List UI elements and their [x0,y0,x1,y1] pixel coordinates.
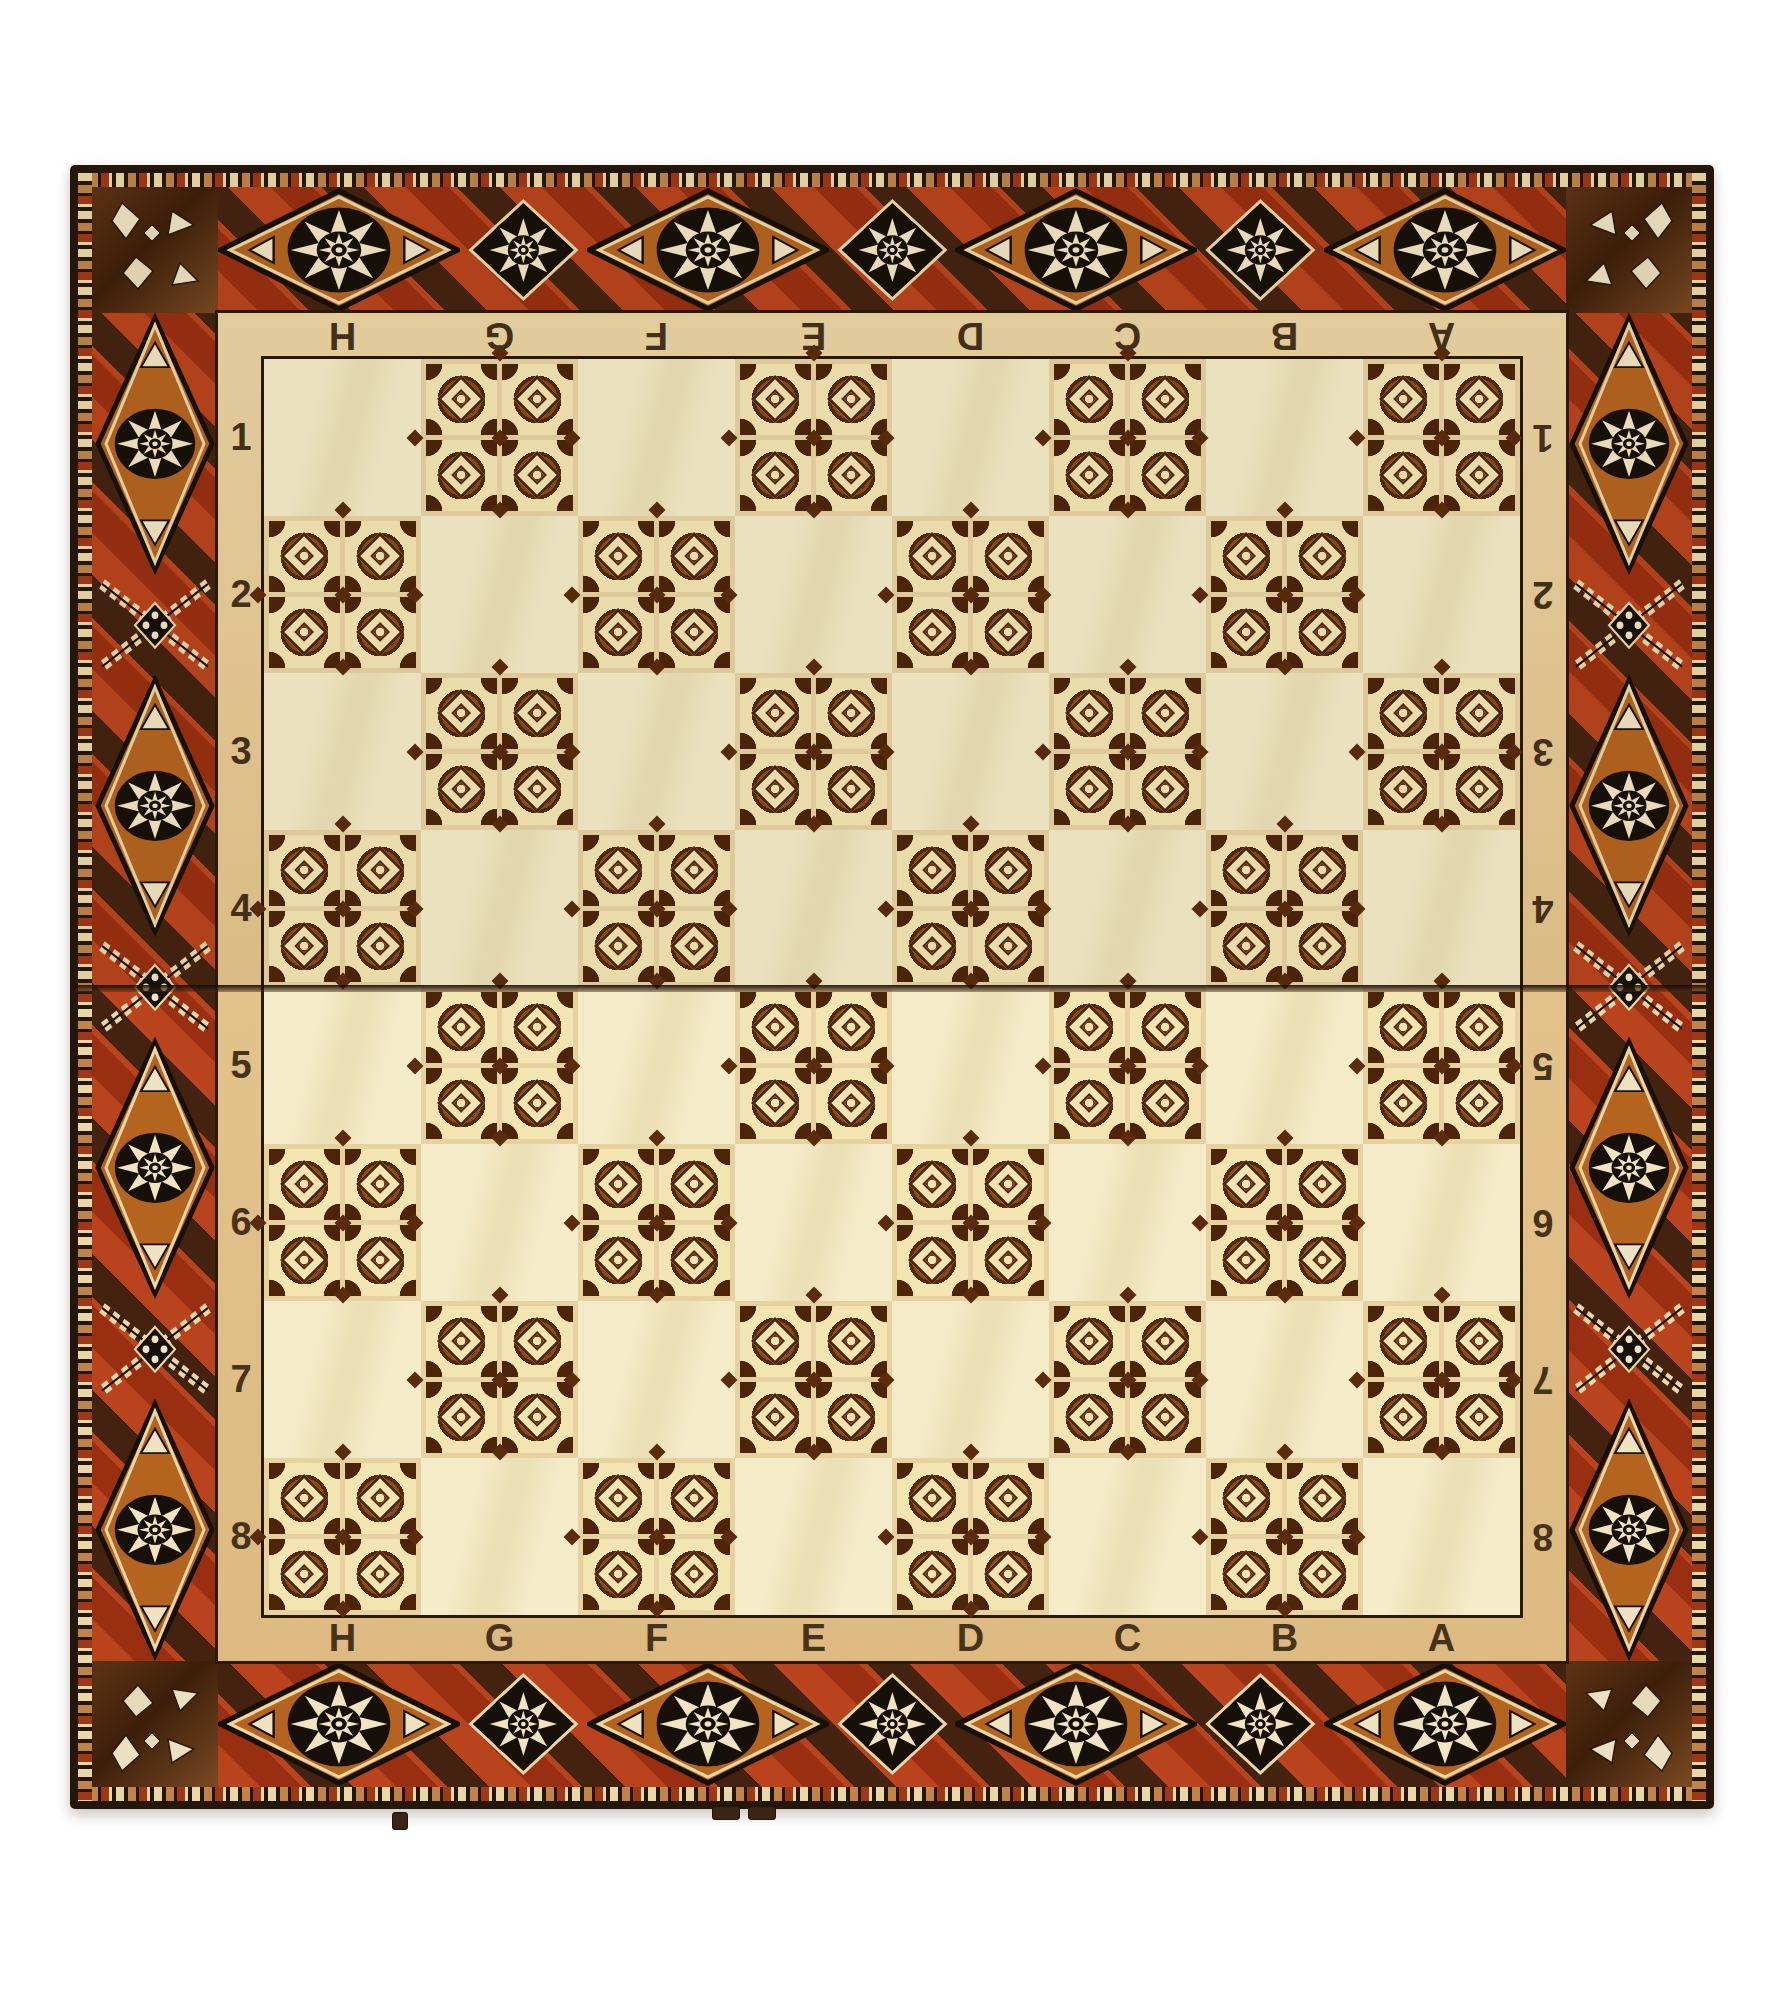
square-a5[interactable] [1363,987,1520,1144]
file-label-top-c: C [1049,313,1206,359]
square-e6[interactable] [735,1144,892,1301]
rank-label-right-3: 3 [1520,673,1566,830]
mosaic-tile [816,364,887,435]
mosaic-tile [1211,911,1282,982]
mosaic-tile [1130,1068,1201,1139]
mosaic-tile [897,521,968,592]
lens-star-medallion [92,1037,218,1299]
square-c3[interactable] [1049,673,1206,830]
mosaic-tile [583,1463,654,1534]
mosaic-tile [973,521,1044,592]
square-d5[interactable] [892,987,1049,1144]
mosaic-tile [1368,440,1439,511]
mosaic-tile [1287,1225,1358,1296]
mosaic-tile [269,1539,340,1610]
mosaic-tile [973,1539,1044,1610]
mosaic-tile [269,1149,340,1220]
mosaic-tile [583,1225,654,1296]
file-label-bottom-c: C [1049,1615,1206,1661]
square-d4[interactable] [892,830,1049,987]
rank-label-right-8: 8 [1520,1458,1566,1615]
mosaic-tile [426,1306,497,1377]
square-b7[interactable] [1206,1301,1363,1458]
mosaic-tile [740,1068,811,1139]
square-f8[interactable] [578,1458,735,1615]
mosaic-frame-bottom [218,1661,1566,1787]
mosaic-tile [659,1539,730,1610]
mosaic-tile [897,1149,968,1220]
mosaic-tile [1287,835,1358,906]
mosaic-tile [345,1149,416,1220]
mosaic-tile [740,678,811,749]
file-label-bottom-a: A [1363,1615,1520,1661]
square-h8[interactable] [264,1458,421,1615]
mosaic-tile [1130,992,1201,1063]
lens-star-medallion [1566,1399,1692,1661]
mosaic-tile [1368,1068,1439,1139]
star-diamond-medallion [1197,187,1324,313]
mosaic-keystrip-bottom [78,1787,1706,1801]
mosaic-tile [659,911,730,982]
lens-star-medallion [92,313,218,575]
mosaic-tile [897,1539,968,1610]
mosaic-tile [1368,678,1439,749]
square-h2[interactable] [264,516,421,673]
file-label-bottom-e: E [735,1615,892,1661]
mosaic-tile [1444,754,1515,825]
mosaic-tile [345,911,416,982]
mosaic-tile [1130,1306,1201,1377]
square-c6[interactable] [1049,1144,1206,1301]
square-e5[interactable] [735,987,892,1144]
mosaic-tile [973,911,1044,982]
file-label-bottom-f: F [578,1615,735,1661]
square-h1[interactable] [264,359,421,516]
square-c7[interactable] [1049,1301,1206,1458]
mosaic-tile [816,754,887,825]
mosaic-tile [1444,678,1515,749]
mosaic-tile [583,835,654,906]
mosaic-tile [1054,678,1125,749]
lens-star-medallion [1566,1037,1692,1299]
mosaic-tile [1211,1463,1282,1534]
rank-label-left-7: 7 [218,1301,264,1458]
square-f5[interactable] [578,987,735,1144]
mosaic-tile [1130,440,1201,511]
square-a3[interactable] [1363,673,1520,830]
mosaic-tile [502,1068,573,1139]
mosaic-tile [502,1382,573,1453]
eye-star-medallion [955,1661,1197,1787]
mosaic-tile [973,1225,1044,1296]
mosaic-tile [269,597,340,668]
mosaic-tile [1287,1149,1358,1220]
mosaic-tile [426,1068,497,1139]
star-diamond-medallion [460,187,587,313]
square-f1[interactable] [578,359,735,516]
mosaic-tile [740,1382,811,1453]
square-b6[interactable] [1206,1144,1363,1301]
mosaic-tile [426,678,497,749]
mosaic-tile [1287,1539,1358,1610]
mosaic-tile [269,911,340,982]
photo-background: HGFEDCBAHGFEDCBA1234567812345678 [0,0,1781,2000]
rank-label-right-4: 4 [1520,830,1566,987]
mosaic-tile [897,1463,968,1534]
fold-seam [75,985,1709,992]
mosaic-tile [1054,1306,1125,1377]
mosaic-tile [583,1149,654,1220]
mosaic-tile [659,1463,730,1534]
square-e4[interactable] [735,830,892,987]
mosaic-tile [1368,992,1439,1063]
file-label-top-g: G [421,313,578,359]
rank-label-right-5: 5 [1520,987,1566,1144]
rank-label-left-2: 2 [218,516,264,673]
mosaic-tile [659,1149,730,1220]
mosaic-tile [816,440,887,511]
file-label-top-a: A [1363,313,1520,359]
rank-label-left-6: 6 [218,1144,264,1301]
square-d7[interactable] [892,1301,1049,1458]
rank-label-right-2: 2 [1520,516,1566,673]
lens-star-medallion [1566,675,1692,937]
square-e1[interactable] [735,359,892,516]
mosaic-tile [269,1463,340,1534]
mosaic-tile [659,835,730,906]
mosaic-tile [816,1306,887,1377]
mosaic-tile [1054,440,1125,511]
mosaic-tile [345,1539,416,1610]
mosaic-tile [345,521,416,592]
mosaic-tile [973,597,1044,668]
mosaic-tile [269,835,340,906]
mosaic-tile [426,992,497,1063]
mosaic-tile [973,1149,1044,1220]
square-b2[interactable] [1206,516,1363,673]
mosaic-tile [897,597,968,668]
mosaic-tile [1211,1149,1282,1220]
star-diamond-medallion [829,187,956,313]
mosaic-tile [1444,364,1515,435]
mosaic-tile [1054,1382,1125,1453]
cross-rail-segment [1566,575,1692,676]
square-d8[interactable] [892,1458,1049,1615]
square-g5[interactable] [421,987,578,1144]
mosaic-tile [1130,364,1201,435]
square-b3[interactable] [1206,673,1363,830]
square-a8[interactable] [1363,1458,1520,1615]
square-h3[interactable] [264,673,421,830]
cross-rail-segment [92,575,218,676]
mosaic-tile [502,992,573,1063]
mosaic-tile [1287,521,1358,592]
cross-rail-segment [92,1299,218,1400]
mosaic-frame-top [218,187,1566,313]
chessboard: HGFEDCBAHGFEDCBA1234567812345678 [70,165,1714,1809]
frame-corner-bottom-right [1566,1661,1692,1787]
rank-label-left-4: 4 [218,830,264,987]
mosaic-tile [1287,1463,1358,1534]
square-f2[interactable] [578,516,735,673]
mosaic-tile [426,364,497,435]
mosaic-tile [659,1225,730,1296]
clasp-right [748,1806,776,1820]
square-b4[interactable] [1206,830,1363,987]
square-f6[interactable] [578,1144,735,1301]
mosaic-tile [973,835,1044,906]
mosaic-tile [1444,1068,1515,1139]
lens-star-medallion [1566,313,1692,575]
file-label-bottom-g: G [421,1615,578,1661]
square-d1[interactable] [892,359,1049,516]
mosaic-tile [345,1225,416,1296]
rank-label-left-3: 3 [218,673,264,830]
square-b5[interactable] [1206,987,1363,1144]
square-h6[interactable] [264,1144,421,1301]
file-label-bottom-b: B [1206,1615,1363,1661]
square-g2[interactable] [421,516,578,673]
mosaic-tile [1368,1382,1439,1453]
mosaic-tile [426,440,497,511]
square-g1[interactable] [421,359,578,516]
mosaic-tile [897,1225,968,1296]
mosaic-tile [583,521,654,592]
file-label-top-f: F [578,313,735,359]
mosaic-tile [1287,597,1358,668]
mosaic-tile [740,364,811,435]
square-h7[interactable] [264,1301,421,1458]
square-c5[interactable] [1049,987,1206,1144]
square-a2[interactable] [1363,516,1520,673]
mosaic-tile [1211,1225,1282,1296]
mosaic-tile [816,1382,887,1453]
lens-star-medallion [92,675,218,937]
square-h5[interactable] [264,987,421,1144]
mosaic-tile [502,678,573,749]
rank-label-left-8: 8 [218,1458,264,1615]
mosaic-tile [740,754,811,825]
square-g7[interactable] [421,1301,578,1458]
mosaic-tile [1368,754,1439,825]
square-c2[interactable] [1049,516,1206,673]
mosaic-tile [1211,1539,1282,1610]
rank-label-left-5: 5 [218,987,264,1144]
mosaic-tile [1054,364,1125,435]
rank-label-right-6: 6 [1520,1144,1566,1301]
mosaic-tile [1368,1306,1439,1377]
file-label-top-b: B [1206,313,1363,359]
eye-star-medallion [587,187,829,313]
mosaic-tile [1444,992,1515,1063]
mosaic-tile [269,1225,340,1296]
mosaic-tile [816,992,887,1063]
mosaic-tile [583,597,654,668]
square-e2[interactable] [735,516,892,673]
mosaic-tile [583,911,654,982]
square-h4[interactable] [264,830,421,987]
lens-star-medallion [92,1399,218,1661]
mosaic-tile [502,754,573,825]
rank-label-right-7: 7 [1520,1301,1566,1458]
mosaic-tile [1130,754,1201,825]
eye-star-medallion [587,1661,829,1787]
mosaic-keystrip-top [78,173,1706,187]
mosaic-tile [426,1382,497,1453]
mosaic-tile [1287,911,1358,982]
square-c8[interactable] [1049,1458,1206,1615]
mosaic-tile [345,1463,416,1534]
mosaic-tile [502,364,573,435]
mosaic-tile [1054,754,1125,825]
eye-star-medallion [1324,1661,1566,1787]
mosaic-tile [740,992,811,1063]
eye-star-medallion [955,187,1197,313]
hinge-hook [392,1812,408,1830]
square-g6[interactable] [421,1144,578,1301]
mosaic-tile [1211,835,1282,906]
square-g8[interactable] [421,1458,578,1615]
mosaic-tile [740,1306,811,1377]
frame-corner-top-right [1566,187,1692,313]
frame-corner-bottom-left [92,1661,218,1787]
mosaic-tile [502,440,573,511]
square-f7[interactable] [578,1301,735,1458]
square-a1[interactable] [1363,359,1520,516]
eye-star-medallion [218,1661,460,1787]
frame-corner-top-left [92,187,218,313]
square-a4[interactable] [1363,830,1520,987]
cross-rail-segment [1566,1299,1692,1400]
mosaic-tile [345,597,416,668]
square-d3[interactable] [892,673,1049,830]
mosaic-tile [1130,1382,1201,1453]
square-e7[interactable] [735,1301,892,1458]
square-f4[interactable] [578,830,735,987]
mosaic-tile [1211,597,1282,668]
clasp-left [712,1806,740,1820]
mosaic-tile [1054,1068,1125,1139]
square-a6[interactable] [1363,1144,1520,1301]
square-b8[interactable] [1206,1458,1363,1615]
mosaic-tile [345,835,416,906]
square-a7[interactable] [1363,1301,1520,1458]
mosaic-tile [1444,1382,1515,1453]
file-label-bottom-h: H [264,1615,421,1661]
mosaic-tile [740,440,811,511]
mosaic-tile [502,1306,573,1377]
square-e8[interactable] [735,1458,892,1615]
eye-star-medallion [218,187,460,313]
file-label-top-e: E [735,313,892,359]
mosaic-tile [816,1068,887,1139]
mosaic-tile [1211,521,1282,592]
mosaic-tile [1444,440,1515,511]
star-diamond-medallion [829,1661,956,1787]
square-b1[interactable] [1206,359,1363,516]
mosaic-tile [1444,1306,1515,1377]
rank-label-right-1: 1 [1520,359,1566,516]
mosaic-tile [973,1463,1044,1534]
rank-label-left-1: 1 [218,359,264,516]
star-diamond-medallion [1197,1661,1324,1787]
eye-star-medallion [1324,187,1566,313]
mosaic-tile [897,911,968,982]
mosaic-tile [1054,992,1125,1063]
square-d6[interactable] [892,1144,1049,1301]
square-g4[interactable] [421,830,578,987]
mosaic-tile [1130,678,1201,749]
mosaic-tile [816,678,887,749]
file-label-top-h: H [264,313,421,359]
square-c4[interactable] [1049,830,1206,987]
square-e3[interactable] [735,673,892,830]
file-label-top-d: D [892,313,1049,359]
mosaic-tile [583,1539,654,1610]
file-label-bottom-d: D [892,1615,1049,1661]
square-d2[interactable] [892,516,1049,673]
mosaic-tile [269,521,340,592]
mosaic-tile [659,521,730,592]
square-c1[interactable] [1049,359,1206,516]
mosaic-tile [659,597,730,668]
square-f3[interactable] [578,673,735,830]
mosaic-tile [1368,364,1439,435]
mosaic-tile [426,754,497,825]
mosaic-tile [897,835,968,906]
square-g3[interactable] [421,673,578,830]
star-diamond-medallion [460,1661,587,1787]
